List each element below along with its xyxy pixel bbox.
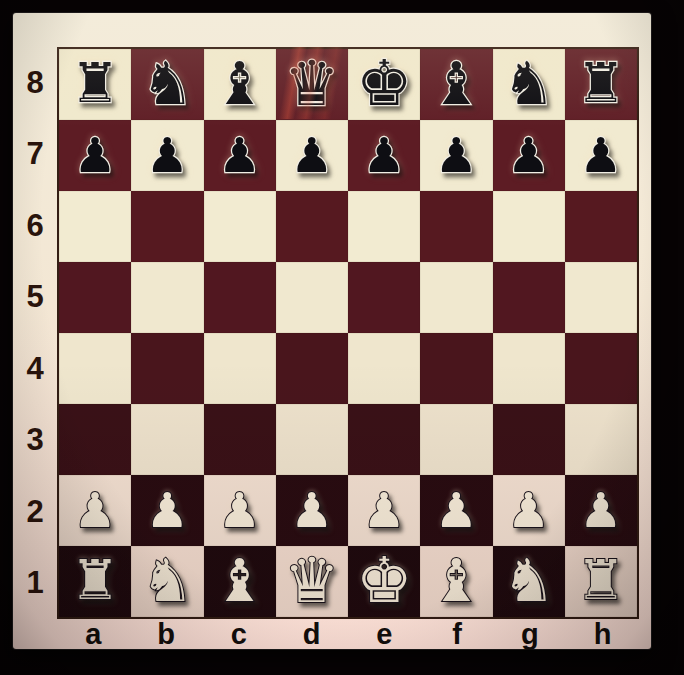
piece-white-bishop[interactable]: ♝ xyxy=(213,551,266,610)
square-e1[interactable]: ♚ xyxy=(348,546,420,617)
file-label-d: d xyxy=(275,619,348,649)
rank-label-1: 1 xyxy=(13,548,57,620)
square-a6[interactable] xyxy=(59,191,131,262)
piece-white-knight[interactable]: ♞ xyxy=(502,551,555,610)
square-e7[interactable]: ♟ xyxy=(348,120,420,191)
square-b8[interactable]: ♞ xyxy=(131,49,203,120)
square-f4[interactable] xyxy=(420,333,492,404)
rank-label-7: 7 xyxy=(13,119,57,191)
square-g2[interactable]: ♟ xyxy=(493,475,565,546)
square-b7[interactable]: ♟ xyxy=(131,120,203,191)
square-e5[interactable] xyxy=(348,262,420,333)
square-b6[interactable] xyxy=(131,191,203,262)
piece-black-pawn[interactable]: ♟ xyxy=(290,131,333,179)
square-g7[interactable]: ♟ xyxy=(493,120,565,191)
rank-label-2: 2 xyxy=(13,476,57,548)
square-c4[interactable] xyxy=(204,333,276,404)
file-label-c: c xyxy=(203,619,276,649)
piece-white-pawn[interactable]: ♟ xyxy=(146,486,189,534)
square-a2[interactable]: ♟ xyxy=(59,475,131,546)
square-h1[interactable]: ♜ xyxy=(565,546,637,617)
chess-board: ♜♞♝♛♚♝♞♜♟♟♟♟♟♟♟♟♟♟♟♟♟♟♟♟♜♞♝♛♚♝♞♜ xyxy=(57,47,639,619)
file-labels: abcdefgh xyxy=(57,619,639,649)
square-h6[interactable] xyxy=(565,191,637,262)
square-b2[interactable]: ♟ xyxy=(131,475,203,546)
rank-label-6: 6 xyxy=(13,190,57,262)
square-d7[interactable]: ♟ xyxy=(276,120,348,191)
rank-labels: 87654321 xyxy=(13,47,57,619)
square-e4[interactable] xyxy=(348,333,420,404)
piece-white-pawn[interactable]: ♟ xyxy=(363,486,406,534)
square-c1[interactable]: ♝ xyxy=(204,546,276,617)
square-h5[interactable] xyxy=(565,262,637,333)
square-f7[interactable]: ♟ xyxy=(420,120,492,191)
piece-black-knight[interactable]: ♞ xyxy=(502,54,555,113)
piece-black-bishop[interactable]: ♝ xyxy=(430,54,483,113)
file-label-e: e xyxy=(348,619,421,649)
piece-white-pawn[interactable]: ♟ xyxy=(74,486,117,534)
square-b1[interactable]: ♞ xyxy=(131,546,203,617)
square-d4[interactable] xyxy=(276,333,348,404)
square-a1[interactable]: ♜ xyxy=(59,546,131,617)
square-f2[interactable]: ♟ xyxy=(420,475,492,546)
rank-label-5: 5 xyxy=(13,262,57,334)
square-b4[interactable] xyxy=(131,333,203,404)
square-e8[interactable]: ♚ xyxy=(348,49,420,120)
piece-black-pawn[interactable]: ♟ xyxy=(363,131,406,179)
square-a8[interactable]: ♜ xyxy=(59,49,131,120)
file-label-b: b xyxy=(130,619,203,649)
piece-white-queen[interactable]: ♛ xyxy=(284,550,340,612)
square-d6[interactable] xyxy=(276,191,348,262)
piece-white-pawn[interactable]: ♟ xyxy=(290,486,333,534)
piece-white-king[interactable]: ♚ xyxy=(356,549,412,612)
square-g8[interactable]: ♞ xyxy=(493,49,565,120)
square-f6[interactable] xyxy=(420,191,492,262)
piece-white-knight[interactable]: ♞ xyxy=(141,551,194,610)
square-f3[interactable] xyxy=(420,404,492,475)
square-d8[interactable]: ♛ xyxy=(276,49,348,120)
piece-black-pawn[interactable]: ♟ xyxy=(579,131,622,179)
square-g1[interactable]: ♞ xyxy=(493,546,565,617)
square-h3[interactable] xyxy=(565,404,637,475)
square-e3[interactable] xyxy=(348,404,420,475)
square-b3[interactable] xyxy=(131,404,203,475)
piece-black-pawn[interactable]: ♟ xyxy=(218,131,261,179)
piece-black-rook[interactable]: ♜ xyxy=(576,56,625,111)
piece-white-rook[interactable]: ♜ xyxy=(70,553,119,608)
file-label-g: g xyxy=(494,619,567,649)
piece-white-pawn[interactable]: ♟ xyxy=(435,486,478,534)
rank-label-8: 8 xyxy=(13,47,57,119)
piece-black-pawn[interactable]: ♟ xyxy=(507,131,550,179)
square-g5[interactable] xyxy=(493,262,565,333)
square-g4[interactable] xyxy=(493,333,565,404)
piece-black-bishop[interactable]: ♝ xyxy=(213,54,266,113)
square-d3[interactable] xyxy=(276,404,348,475)
file-label-h: h xyxy=(566,619,639,649)
square-e2[interactable]: ♟ xyxy=(348,475,420,546)
square-h2[interactable]: ♟ xyxy=(565,475,637,546)
square-d1[interactable]: ♛ xyxy=(276,546,348,617)
piece-black-pawn[interactable]: ♟ xyxy=(74,131,117,179)
square-c3[interactable] xyxy=(204,404,276,475)
square-a4[interactable] xyxy=(59,333,131,404)
rank-label-3: 3 xyxy=(13,405,57,477)
piece-black-queen[interactable]: ♛ xyxy=(284,53,340,115)
square-g6[interactable] xyxy=(493,191,565,262)
square-c8[interactable]: ♝ xyxy=(204,49,276,120)
square-d5[interactable] xyxy=(276,262,348,333)
square-g3[interactable] xyxy=(493,404,565,475)
square-c2[interactable]: ♟ xyxy=(204,475,276,546)
file-label-a: a xyxy=(57,619,130,649)
square-f8[interactable]: ♝ xyxy=(420,49,492,120)
square-h4[interactable] xyxy=(565,333,637,404)
square-a7[interactable]: ♟ xyxy=(59,120,131,191)
square-a3[interactable] xyxy=(59,404,131,475)
piece-black-pawn[interactable]: ♟ xyxy=(435,131,478,179)
square-d2[interactable]: ♟ xyxy=(276,475,348,546)
square-c5[interactable] xyxy=(204,262,276,333)
piece-white-pawn[interactable]: ♟ xyxy=(579,486,622,534)
piece-white-bishop[interactable]: ♝ xyxy=(430,551,483,610)
square-h8[interactable]: ♜ xyxy=(565,49,637,120)
piece-white-pawn[interactable]: ♟ xyxy=(507,486,550,534)
square-f5[interactable] xyxy=(420,262,492,333)
piece-black-pawn[interactable]: ♟ xyxy=(146,131,189,179)
square-b5[interactable] xyxy=(131,262,203,333)
piece-black-knight[interactable]: ♞ xyxy=(141,54,194,113)
square-f1[interactable]: ♝ xyxy=(420,546,492,617)
piece-white-pawn[interactable]: ♟ xyxy=(218,486,261,534)
square-c6[interactable] xyxy=(204,191,276,262)
piece-white-rook[interactable]: ♜ xyxy=(576,553,625,608)
rank-label-4: 4 xyxy=(13,333,57,405)
square-h7[interactable]: ♟ xyxy=(565,120,637,191)
piece-black-king[interactable]: ♚ xyxy=(356,52,412,115)
square-e6[interactable] xyxy=(348,191,420,262)
square-a5[interactable] xyxy=(59,262,131,333)
file-label-f: f xyxy=(421,619,494,649)
photo-background: 87654321 ♜♞♝♛♚♝♞♜♟♟♟♟♟♟♟♟♟♟♟♟♟♟♟♟♜♞♝♛♚♝♞… xyxy=(0,0,684,675)
piece-black-rook[interactable]: ♜ xyxy=(70,56,119,111)
square-c7[interactable]: ♟ xyxy=(204,120,276,191)
